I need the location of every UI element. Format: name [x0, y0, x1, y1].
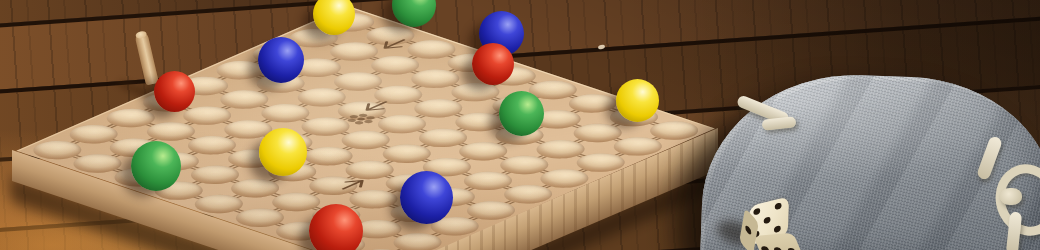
die-pip: [774, 225, 781, 233]
drawstring-knot: [1000, 188, 1022, 205]
carved-arrow: [336, 178, 370, 191]
red-marble[interactable]: [154, 71, 195, 112]
die-pip: [775, 202, 782, 210]
die-front-face: [753, 233, 804, 250]
green-marble[interactable]: [131, 141, 181, 191]
red-marble[interactable]: [309, 204, 363, 250]
die-pip: [745, 223, 752, 236]
die-pip: [764, 216, 771, 224]
die-pip: [761, 246, 770, 250]
die-pip: [753, 208, 760, 216]
yellow-marble[interactable]: [259, 128, 307, 176]
blue-marble[interactable]: [258, 37, 304, 83]
scene: [0, 0, 1040, 250]
yellow-marble[interactable]: [616, 79, 659, 122]
green-marble[interactable]: [499, 91, 544, 136]
carved-arrow: [378, 38, 412, 51]
wooden-die[interactable]: [738, 197, 810, 250]
carved-arrow: [360, 100, 394, 113]
carved-flower: [342, 112, 380, 126]
red-marble[interactable]: [472, 43, 514, 85]
blue-marble[interactable]: [400, 171, 453, 224]
